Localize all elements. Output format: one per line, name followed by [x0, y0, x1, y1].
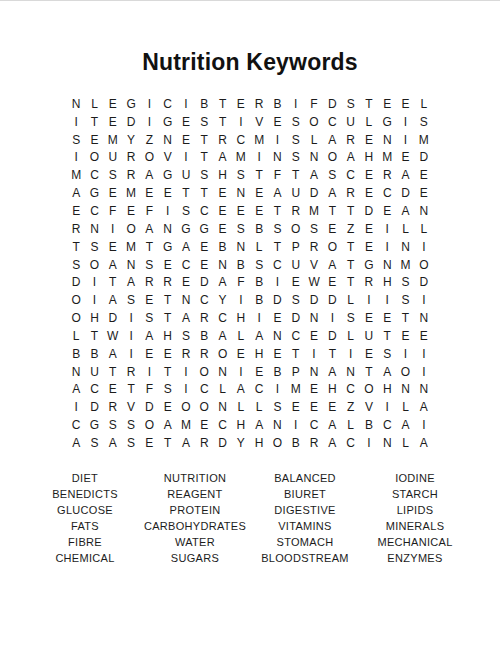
grid-cell-r6c18[interactable]: C: [378, 184, 396, 202]
grid-cell-r19c9[interactable]: C: [213, 416, 231, 434]
grid-cell-r15c4[interactable]: I: [122, 345, 140, 363]
grid-cell-r4c5[interactable]: O: [140, 149, 158, 167]
grid-cell-r5c5[interactable]: A: [140, 166, 158, 184]
grid-cell-r2c2[interactable]: T: [85, 113, 103, 131]
grid-cell-r4c14[interactable]: N: [305, 149, 323, 167]
grid-cell-r11c19[interactable]: S: [396, 273, 414, 291]
grid-cell-r12c1[interactable]: O: [67, 291, 85, 309]
grid-cell-r3c17[interactable]: E: [360, 131, 378, 149]
grid-cell-r7c20[interactable]: N: [415, 202, 433, 220]
grid-cell-r4c6[interactable]: V: [159, 149, 177, 167]
grid-cell-r8c8[interactable]: G: [195, 220, 213, 238]
grid-cell-r10c2[interactable]: O: [85, 256, 103, 274]
grid-cell-r9c9[interactable]: B: [213, 238, 231, 256]
grid-cell-r10c1[interactable]: S: [67, 256, 85, 274]
grid-cell-r20c4[interactable]: S: [122, 434, 140, 452]
grid-cell-r2c11[interactable]: V: [250, 113, 268, 131]
grid-cell-r3c6[interactable]: N: [159, 131, 177, 149]
grid-cell-r17c13[interactable]: M: [287, 381, 305, 399]
grid-cell-r15c3[interactable]: A: [104, 345, 122, 363]
grid-cell-r9c4[interactable]: M: [122, 238, 140, 256]
grid-cell-r20c19[interactable]: L: [396, 434, 414, 452]
grid-cell-r9c5[interactable]: T: [140, 238, 158, 256]
grid-cell-r8c16[interactable]: Z: [341, 220, 359, 238]
grid-cell-r5c16[interactable]: C: [341, 166, 359, 184]
grid-cell-r3c12[interactable]: I: [268, 131, 286, 149]
grid-cell-r8c3[interactable]: I: [104, 220, 122, 238]
grid-cell-r16c12[interactable]: B: [268, 363, 286, 381]
grid-cell-r5c6[interactable]: G: [159, 166, 177, 184]
grid-cell-r10c11[interactable]: S: [250, 256, 268, 274]
grid-cell-r7c9[interactable]: E: [213, 202, 231, 220]
grid-cell-r8c5[interactable]: A: [140, 220, 158, 238]
grid-cell-r10c19[interactable]: M: [396, 256, 414, 274]
grid-cell-r19c2[interactable]: G: [85, 416, 103, 434]
grid-cell-r7c1[interactable]: E: [67, 202, 85, 220]
grid-cell-r10c18[interactable]: N: [378, 256, 396, 274]
grid-cell-r3c10[interactable]: C: [232, 131, 250, 149]
grid-cell-r5c9[interactable]: H: [213, 166, 231, 184]
grid-cell-r19c18[interactable]: C: [378, 416, 396, 434]
grid-cell-r8c4[interactable]: O: [122, 220, 140, 238]
grid-cell-r18c4[interactable]: V: [122, 398, 140, 416]
grid-cell-r2c20[interactable]: S: [415, 113, 433, 131]
grid-cell-r10c20[interactable]: O: [415, 256, 433, 274]
grid-cell-r12c5[interactable]: E: [140, 291, 158, 309]
grid-cell-r6c13[interactable]: U: [287, 184, 305, 202]
grid-cell-r15c12[interactable]: E: [268, 345, 286, 363]
grid-cell-r2c17[interactable]: L: [360, 113, 378, 131]
grid-cell-r16c14[interactable]: N: [305, 363, 323, 381]
grid-cell-r7c7[interactable]: S: [177, 202, 195, 220]
grid-cell-r8c17[interactable]: E: [360, 220, 378, 238]
grid-cell-r4c17[interactable]: H: [360, 149, 378, 167]
grid-cell-r20c16[interactable]: C: [341, 434, 359, 452]
grid-cell-r13c12[interactable]: E: [268, 309, 286, 327]
grid-cell-r12c15[interactable]: D: [323, 291, 341, 309]
grid-cell-r19c12[interactable]: N: [268, 416, 286, 434]
grid-cell-r11c1[interactable]: D: [67, 273, 85, 291]
grid-cell-r4c7[interactable]: I: [177, 149, 195, 167]
grid-cell-r14c7[interactable]: S: [177, 327, 195, 345]
grid-cell-r17c15[interactable]: H: [323, 381, 341, 399]
grid-cell-r10c13[interactable]: U: [287, 256, 305, 274]
grid-cell-r17c12[interactable]: I: [268, 381, 286, 399]
grid-cell-r19c6[interactable]: A: [159, 416, 177, 434]
grid-cell-r15c18[interactable]: S: [378, 345, 396, 363]
grid-cell-r4c1[interactable]: I: [67, 149, 85, 167]
grid-cell-r3c2[interactable]: E: [85, 131, 103, 149]
grid-cell-r1c8[interactable]: B: [195, 95, 213, 113]
grid-cell-r14c19[interactable]: E: [396, 327, 414, 345]
grid-cell-r11c9[interactable]: A: [213, 273, 231, 291]
grid-cell-r2c15[interactable]: C: [323, 113, 341, 131]
grid-cell-r20c5[interactable]: E: [140, 434, 158, 452]
grid-cell-r3c11[interactable]: M: [250, 131, 268, 149]
grid-cell-r3c15[interactable]: A: [323, 131, 341, 149]
grid-cell-r8c15[interactable]: E: [323, 220, 341, 238]
grid-cell-r17c7[interactable]: I: [177, 381, 195, 399]
grid-cell-r8c18[interactable]: I: [378, 220, 396, 238]
grid-cell-r15c20[interactable]: I: [415, 345, 433, 363]
grid-cell-r16c20[interactable]: I: [415, 363, 433, 381]
grid-cell-r13c16[interactable]: S: [341, 309, 359, 327]
grid-cell-r11c7[interactable]: E: [177, 273, 195, 291]
grid-cell-r12c20[interactable]: I: [415, 291, 433, 309]
grid-cell-r5c2[interactable]: C: [85, 166, 103, 184]
grid-cell-r8c13[interactable]: O: [287, 220, 305, 238]
grid-cell-r9c19[interactable]: N: [396, 238, 414, 256]
grid-cell-r2c8[interactable]: S: [195, 113, 213, 131]
grid-cell-r3c20[interactable]: M: [415, 131, 433, 149]
grid-cell-r8c12[interactable]: S: [268, 220, 286, 238]
grid-cell-r3c3[interactable]: M: [104, 131, 122, 149]
grid-cell-r12c18[interactable]: I: [378, 291, 396, 309]
grid-cell-r16c9[interactable]: N: [213, 363, 231, 381]
grid-cell-r1c1[interactable]: N: [67, 95, 85, 113]
grid-cell-r14c17[interactable]: U: [360, 327, 378, 345]
grid-cell-r7c14[interactable]: M: [305, 202, 323, 220]
grid-cell-r8c1[interactable]: R: [67, 220, 85, 238]
grid-cell-r14c12[interactable]: N: [268, 327, 286, 345]
grid-cell-r3c7[interactable]: E: [177, 131, 195, 149]
grid-cell-r18c10[interactable]: L: [232, 398, 250, 416]
grid-cell-r20c20[interactable]: A: [415, 434, 433, 452]
grid-cell-r14c9[interactable]: A: [213, 327, 231, 345]
grid-cell-r4c3[interactable]: U: [104, 149, 122, 167]
grid-cell-r11c20[interactable]: D: [415, 273, 433, 291]
grid-cell-r14c16[interactable]: L: [341, 327, 359, 345]
grid-cell-r11c5[interactable]: R: [140, 273, 158, 291]
grid-cell-r3c19[interactable]: I: [396, 131, 414, 149]
grid-cell-r4c8[interactable]: T: [195, 149, 213, 167]
grid-cell-r11c11[interactable]: B: [250, 273, 268, 291]
grid-cell-r19c15[interactable]: A: [323, 416, 341, 434]
grid-cell-r13c17[interactable]: E: [360, 309, 378, 327]
grid-cell-r13c3[interactable]: D: [104, 309, 122, 327]
grid-cell-r18c8[interactable]: O: [195, 398, 213, 416]
grid-cell-r15c8[interactable]: R: [195, 345, 213, 363]
grid-cell-r12c17[interactable]: I: [360, 291, 378, 309]
grid-cell-r13c20[interactable]: N: [415, 309, 433, 327]
grid-cell-r6c16[interactable]: R: [341, 184, 359, 202]
grid-cell-r11c6[interactable]: R: [159, 273, 177, 291]
grid-cell-r20c9[interactable]: D: [213, 434, 231, 452]
grid-cell-r1c18[interactable]: E: [378, 95, 396, 113]
grid-cell-r4c16[interactable]: A: [341, 149, 359, 167]
grid-cell-r17c11[interactable]: C: [250, 381, 268, 399]
grid-cell-r7c19[interactable]: A: [396, 202, 414, 220]
grid-cell-r15c6[interactable]: E: [159, 345, 177, 363]
grid-cell-r5c8[interactable]: S: [195, 166, 213, 184]
grid-cell-r19c10[interactable]: H: [232, 416, 250, 434]
grid-cell-r1c3[interactable]: E: [104, 95, 122, 113]
grid-cell-r12c11[interactable]: B: [250, 291, 268, 309]
grid-cell-r3c9[interactable]: R: [213, 131, 231, 149]
grid-cell-r8c10[interactable]: S: [232, 220, 250, 238]
grid-cell-r2c12[interactable]: E: [268, 113, 286, 131]
grid-cell-r9c2[interactable]: S: [85, 238, 103, 256]
grid-cell-r14c13[interactable]: C: [287, 327, 305, 345]
grid-cell-r15c13[interactable]: T: [287, 345, 305, 363]
grid-cell-r17c14[interactable]: E: [305, 381, 323, 399]
grid-cell-r12c10[interactable]: I: [232, 291, 250, 309]
grid-cell-r10c9[interactable]: N: [213, 256, 231, 274]
grid-cell-r13c11[interactable]: I: [250, 309, 268, 327]
grid-cell-r2c16[interactable]: U: [341, 113, 359, 131]
grid-cell-r8c2[interactable]: N: [85, 220, 103, 238]
grid-cell-r3c18[interactable]: N: [378, 131, 396, 149]
grid-cell-r1c14[interactable]: F: [305, 95, 323, 113]
grid-cell-r4c20[interactable]: D: [415, 149, 433, 167]
grid-cell-r16c7[interactable]: I: [177, 363, 195, 381]
grid-cell-r2c14[interactable]: O: [305, 113, 323, 131]
grid-cell-r18c13[interactable]: E: [287, 398, 305, 416]
grid-cell-r1c5[interactable]: I: [140, 95, 158, 113]
grid-cell-r4c13[interactable]: S: [287, 149, 305, 167]
grid-cell-r12c19[interactable]: S: [396, 291, 414, 309]
grid-cell-r6c20[interactable]: E: [415, 184, 433, 202]
grid-cell-r17c10[interactable]: A: [232, 381, 250, 399]
grid-cell-r14c18[interactable]: T: [378, 327, 396, 345]
grid-cell-r20c13[interactable]: B: [287, 434, 305, 452]
grid-cell-r16c6[interactable]: T: [159, 363, 177, 381]
grid-cell-r1c12[interactable]: B: [268, 95, 286, 113]
grid-cell-r14c20[interactable]: E: [415, 327, 433, 345]
grid-cell-r3c8[interactable]: T: [195, 131, 213, 149]
grid-cell-r9c1[interactable]: T: [67, 238, 85, 256]
grid-cell-r16c15[interactable]: A: [323, 363, 341, 381]
grid-cell-r5c17[interactable]: E: [360, 166, 378, 184]
grid-cell-r19c7[interactable]: M: [177, 416, 195, 434]
grid-cell-r18c16[interactable]: Z: [341, 398, 359, 416]
grid-cell-r6c4[interactable]: M: [122, 184, 140, 202]
grid-cell-r9c8[interactable]: E: [195, 238, 213, 256]
grid-cell-r15c19[interactable]: I: [396, 345, 414, 363]
grid-cell-r11c10[interactable]: F: [232, 273, 250, 291]
grid-cell-r14c2[interactable]: T: [85, 327, 103, 345]
grid-cell-r15c5[interactable]: E: [140, 345, 158, 363]
grid-cell-r6c11[interactable]: E: [250, 184, 268, 202]
grid-cell-r18c7[interactable]: O: [177, 398, 195, 416]
grid-cell-r2c1[interactable]: I: [67, 113, 85, 131]
grid-cell-r5c7[interactable]: U: [177, 166, 195, 184]
grid-cell-r20c11[interactable]: H: [250, 434, 268, 452]
grid-cell-r18c9[interactable]: N: [213, 398, 231, 416]
grid-cell-r15c14[interactable]: I: [305, 345, 323, 363]
grid-cell-r4c11[interactable]: I: [250, 149, 268, 167]
grid-cell-r18c18[interactable]: I: [378, 398, 396, 416]
grid-cell-r17c3[interactable]: E: [104, 381, 122, 399]
grid-cell-r10c17[interactable]: G: [360, 256, 378, 274]
grid-cell-r4c12[interactable]: N: [268, 149, 286, 167]
grid-cell-r12c9[interactable]: Y: [213, 291, 231, 309]
grid-cell-r20c17[interactable]: I: [360, 434, 378, 452]
grid-cell-r14c6[interactable]: H: [159, 327, 177, 345]
grid-cell-r4c2[interactable]: O: [85, 149, 103, 167]
grid-cell-r16c4[interactable]: R: [122, 363, 140, 381]
grid-cell-r20c6[interactable]: T: [159, 434, 177, 452]
grid-cell-r11c16[interactable]: T: [341, 273, 359, 291]
grid-cell-r14c10[interactable]: L: [232, 327, 250, 345]
grid-cell-r13c9[interactable]: C: [213, 309, 231, 327]
grid-cell-r17c6[interactable]: S: [159, 381, 177, 399]
grid-cell-r6c14[interactable]: D: [305, 184, 323, 202]
grid-cell-r13c8[interactable]: R: [195, 309, 213, 327]
grid-cell-r13c2[interactable]: H: [85, 309, 103, 327]
grid-cell-r10c16[interactable]: T: [341, 256, 359, 274]
grid-cell-r7c16[interactable]: T: [341, 202, 359, 220]
grid-cell-r6c19[interactable]: D: [396, 184, 414, 202]
grid-cell-r1c16[interactable]: S: [341, 95, 359, 113]
grid-cell-r1c15[interactable]: D: [323, 95, 341, 113]
grid-cell-r19c8[interactable]: E: [195, 416, 213, 434]
grid-cell-r16c16[interactable]: N: [341, 363, 359, 381]
grid-cell-r5c15[interactable]: S: [323, 166, 341, 184]
grid-cell-r9c17[interactable]: E: [360, 238, 378, 256]
grid-cell-r2c19[interactable]: I: [396, 113, 414, 131]
grid-cell-r12c2[interactable]: I: [85, 291, 103, 309]
grid-cell-r14c1[interactable]: L: [67, 327, 85, 345]
grid-cell-r18c15[interactable]: E: [323, 398, 341, 416]
grid-cell-r9c18[interactable]: I: [378, 238, 396, 256]
grid-cell-r19c11[interactable]: A: [250, 416, 268, 434]
grid-cell-r19c5[interactable]: O: [140, 416, 158, 434]
grid-cell-r7c4[interactable]: E: [122, 202, 140, 220]
grid-cell-r6c2[interactable]: G: [85, 184, 103, 202]
grid-cell-r17c4[interactable]: T: [122, 381, 140, 399]
grid-cell-r12c6[interactable]: T: [159, 291, 177, 309]
grid-cell-r20c18[interactable]: N: [378, 434, 396, 452]
grid-cell-r5c1[interactable]: M: [67, 166, 85, 184]
grid-cell-r14c5[interactable]: A: [140, 327, 158, 345]
grid-cell-r12c8[interactable]: C: [195, 291, 213, 309]
grid-cell-r5c12[interactable]: F: [268, 166, 286, 184]
grid-cell-r13c14[interactable]: N: [305, 309, 323, 327]
grid-cell-r13c4[interactable]: I: [122, 309, 140, 327]
grid-cell-r8c19[interactable]: L: [396, 220, 414, 238]
grid-cell-r1c4[interactable]: G: [122, 95, 140, 113]
grid-cell-r7c18[interactable]: E: [378, 202, 396, 220]
grid-cell-r16c2[interactable]: U: [85, 363, 103, 381]
grid-cell-r3c14[interactable]: L: [305, 131, 323, 149]
grid-cell-r13c1[interactable]: O: [67, 309, 85, 327]
grid-cell-r13c7[interactable]: A: [177, 309, 195, 327]
grid-cell-r11c8[interactable]: D: [195, 273, 213, 291]
grid-cell-r1c7[interactable]: I: [177, 95, 195, 113]
grid-cell-r8c20[interactable]: L: [415, 220, 433, 238]
grid-cell-r16c1[interactable]: N: [67, 363, 85, 381]
grid-cell-r16c19[interactable]: O: [396, 363, 414, 381]
grid-cell-r12c14[interactable]: D: [305, 291, 323, 309]
grid-cell-r9c14[interactable]: R: [305, 238, 323, 256]
grid-cell-r10c12[interactable]: C: [268, 256, 286, 274]
grid-cell-r4c18[interactable]: M: [378, 149, 396, 167]
grid-cell-r7c13[interactable]: R: [287, 202, 305, 220]
grid-cell-r16c5[interactable]: I: [140, 363, 158, 381]
grid-cell-r9c7[interactable]: A: [177, 238, 195, 256]
grid-cell-r10c3[interactable]: A: [104, 256, 122, 274]
grid-cell-r6c12[interactable]: A: [268, 184, 286, 202]
grid-cell-r7c2[interactable]: C: [85, 202, 103, 220]
grid-cell-r20c8[interactable]: R: [195, 434, 213, 452]
grid-cell-r5c3[interactable]: S: [104, 166, 122, 184]
grid-cell-r17c5[interactable]: F: [140, 381, 158, 399]
grid-cell-r11c12[interactable]: I: [268, 273, 286, 291]
grid-cell-r16c17[interactable]: T: [360, 363, 378, 381]
grid-cell-r17c18[interactable]: H: [378, 381, 396, 399]
grid-cell-r15c9[interactable]: O: [213, 345, 231, 363]
grid-cell-r16c10[interactable]: I: [232, 363, 250, 381]
grid-cell-r8c9[interactable]: E: [213, 220, 231, 238]
grid-cell-r9c13[interactable]: P: [287, 238, 305, 256]
grid-cell-r17c9[interactable]: L: [213, 381, 231, 399]
grid-cell-r14c15[interactable]: D: [323, 327, 341, 345]
grid-cell-r18c20[interactable]: A: [415, 398, 433, 416]
grid-cell-r6c3[interactable]: E: [104, 184, 122, 202]
grid-cell-r10c7[interactable]: C: [177, 256, 195, 274]
grid-cell-r13c13[interactable]: D: [287, 309, 305, 327]
grid-cell-r9c6[interactable]: G: [159, 238, 177, 256]
grid-cell-r14c8[interactable]: B: [195, 327, 213, 345]
grid-cell-r1c9[interactable]: T: [213, 95, 231, 113]
grid-cell-r20c1[interactable]: A: [67, 434, 85, 452]
grid-cell-r1c20[interactable]: L: [415, 95, 433, 113]
grid-cell-r18c17[interactable]: V: [360, 398, 378, 416]
grid-cell-r13c18[interactable]: E: [378, 309, 396, 327]
grid-cell-r19c20[interactable]: I: [415, 416, 433, 434]
grid-cell-r3c13[interactable]: S: [287, 131, 305, 149]
grid-cell-r15c2[interactable]: B: [85, 345, 103, 363]
grid-cell-r18c3[interactable]: R: [104, 398, 122, 416]
grid-cell-r18c14[interactable]: E: [305, 398, 323, 416]
grid-cell-r9c10[interactable]: N: [232, 238, 250, 256]
grid-cell-r12c16[interactable]: L: [341, 291, 359, 309]
grid-cell-r5c13[interactable]: T: [287, 166, 305, 184]
grid-cell-r19c14[interactable]: C: [305, 416, 323, 434]
grid-cell-r5c10[interactable]: S: [232, 166, 250, 184]
grid-cell-r10c14[interactable]: V: [305, 256, 323, 274]
grid-cell-r3c5[interactable]: Z: [140, 131, 158, 149]
grid-cell-r18c1[interactable]: I: [67, 398, 85, 416]
grid-cell-r11c17[interactable]: R: [360, 273, 378, 291]
grid-cell-r8c7[interactable]: G: [177, 220, 195, 238]
grid-cell-r6c9[interactable]: E: [213, 184, 231, 202]
grid-cell-r7c10[interactable]: E: [232, 202, 250, 220]
grid-cell-r2c10[interactable]: I: [232, 113, 250, 131]
grid-cell-r10c6[interactable]: E: [159, 256, 177, 274]
grid-cell-r1c19[interactable]: E: [396, 95, 414, 113]
grid-cell-r13c10[interactable]: H: [232, 309, 250, 327]
grid-cell-r3c4[interactable]: Y: [122, 131, 140, 149]
grid-cell-r17c20[interactable]: N: [415, 381, 433, 399]
grid-cell-r5c18[interactable]: R: [378, 166, 396, 184]
grid-cell-r14c4[interactable]: I: [122, 327, 140, 345]
grid-cell-r12c3[interactable]: A: [104, 291, 122, 309]
grid-cell-r2c18[interactable]: G: [378, 113, 396, 131]
grid-cell-r2c7[interactable]: E: [177, 113, 195, 131]
grid-cell-r7c5[interactable]: F: [140, 202, 158, 220]
grid-cell-r13c19[interactable]: T: [396, 309, 414, 327]
grid-cell-r10c5[interactable]: S: [140, 256, 158, 274]
grid-cell-r19c13[interactable]: I: [287, 416, 305, 434]
grid-cell-r2c5[interactable]: I: [140, 113, 158, 131]
grid-cell-r13c6[interactable]: T: [159, 309, 177, 327]
grid-cell-r16c13[interactable]: P: [287, 363, 305, 381]
grid-cell-r6c6[interactable]: E: [159, 184, 177, 202]
grid-cell-r3c1[interactable]: S: [67, 131, 85, 149]
grid-cell-r18c6[interactable]: E: [159, 398, 177, 416]
